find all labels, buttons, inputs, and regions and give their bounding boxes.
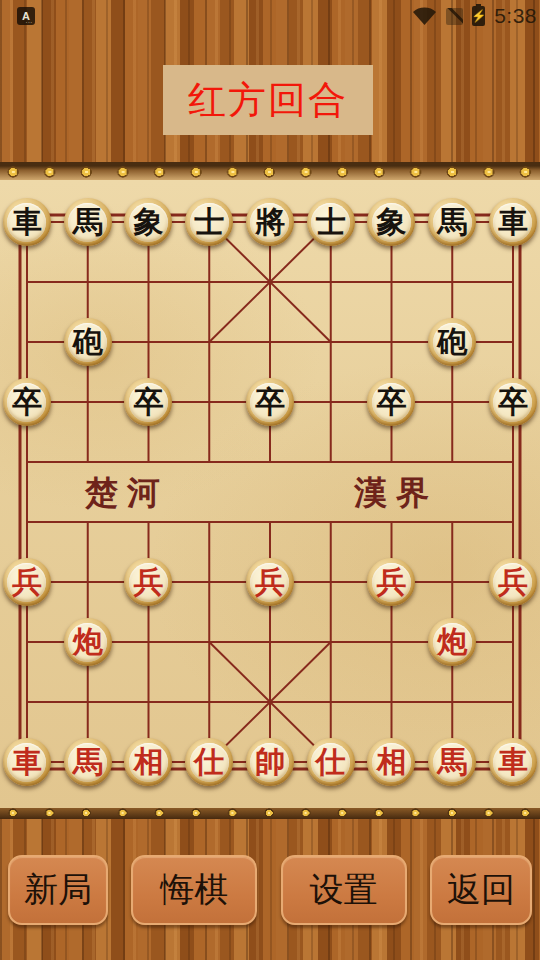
- piece-black-chariot[interactable]: 車: [489, 198, 537, 246]
- settings-button[interactable]: 设置: [281, 855, 407, 925]
- piece-red-horse[interactable]: 馬: [64, 738, 112, 786]
- piece-black-advisor[interactable]: 士: [307, 198, 355, 246]
- piece-red-cannon[interactable]: 炮: [428, 618, 476, 666]
- board-point[interactable]: [0, 672, 57, 732]
- piece-red-advisor[interactable]: 仕: [307, 738, 355, 786]
- board-point[interactable]: [240, 492, 301, 552]
- piece-glyph: 馬: [73, 747, 103, 777]
- turn-banner: 红方回合: [163, 65, 373, 135]
- board-point[interactable]: 士: [179, 192, 240, 252]
- piece-glyph: 炮: [73, 627, 103, 657]
- piece-glyph: 仕: [194, 747, 224, 777]
- board-point[interactable]: [361, 612, 422, 672]
- board-point[interactable]: [118, 432, 179, 492]
- turn-banner-text: 红方回合: [188, 75, 348, 126]
- board-point[interactable]: [300, 372, 361, 432]
- board-point[interactable]: [361, 672, 422, 732]
- piece-glyph: 象: [133, 207, 163, 237]
- board-point[interactable]: [422, 552, 483, 612]
- board-point[interactable]: 車: [0, 192, 57, 252]
- piece-glyph: 象: [376, 207, 406, 237]
- board-point[interactable]: 卒: [118, 372, 179, 432]
- piece-glyph: 兵: [12, 567, 42, 597]
- board-point[interactable]: [300, 612, 361, 672]
- board-frame-bottom: [0, 808, 540, 819]
- piece-glyph: 相: [133, 747, 163, 777]
- no-sim-icon: [446, 8, 463, 25]
- piece-black-soldier[interactable]: 卒: [3, 378, 51, 426]
- piece-glyph: 車: [12, 747, 42, 777]
- piece-black-chariot[interactable]: 車: [3, 198, 51, 246]
- piece-black-elephant[interactable]: 象: [367, 198, 415, 246]
- board-point[interactable]: [57, 252, 118, 312]
- piece-red-soldier[interactable]: 兵: [367, 558, 415, 606]
- board-point[interactable]: [179, 492, 240, 552]
- piece-glyph: 馬: [437, 207, 467, 237]
- board-point[interactable]: 仕: [300, 732, 361, 792]
- board-point[interactable]: [361, 312, 422, 372]
- board-point[interactable]: 相: [118, 732, 179, 792]
- piece-glyph: 車: [498, 747, 528, 777]
- board-point[interactable]: 砲: [422, 312, 483, 372]
- piece-black-soldier[interactable]: 卒: [124, 378, 172, 426]
- board-point[interactable]: 將: [240, 192, 301, 252]
- piece-black-cannon[interactable]: 砲: [64, 318, 112, 366]
- board-point[interactable]: [179, 372, 240, 432]
- clock: 5:38: [494, 4, 537, 28]
- board-point[interactable]: [483, 612, 540, 672]
- board-point[interactable]: 卒: [483, 372, 540, 432]
- piece-red-chariot[interactable]: 車: [3, 738, 51, 786]
- board-point[interactable]: 兵: [361, 552, 422, 612]
- piece-black-soldier[interactable]: 卒: [489, 378, 537, 426]
- board-point[interactable]: 炮: [57, 612, 118, 672]
- board-point[interactable]: [483, 492, 540, 552]
- board-point[interactable]: [179, 612, 240, 672]
- board-point[interactable]: [300, 432, 361, 492]
- board-point[interactable]: [179, 552, 240, 612]
- new-game-button[interactable]: 新局: [8, 855, 108, 925]
- piece-red-soldier[interactable]: 兵: [489, 558, 537, 606]
- board-point[interactable]: [422, 492, 483, 552]
- xiangqi-board: 楚河 漢界 車馬象士將士象馬車砲砲卒卒卒卒卒兵兵兵兵兵炮炮車馬相仕帥仕相馬車: [0, 180, 540, 808]
- board-point[interactable]: [300, 312, 361, 372]
- board-point[interactable]: [300, 492, 361, 552]
- board-point[interactable]: 馬: [422, 192, 483, 252]
- board-point[interactable]: [483, 672, 540, 732]
- piece-red-soldier[interactable]: 兵: [124, 558, 172, 606]
- board-point[interactable]: 馬: [57, 732, 118, 792]
- piece-glyph: 將: [255, 207, 285, 237]
- board-point[interactable]: [118, 252, 179, 312]
- board-point[interactable]: [483, 432, 540, 492]
- piece-glyph: 馬: [437, 747, 467, 777]
- board-point[interactable]: 卒: [0, 372, 57, 432]
- board-point[interactable]: [118, 672, 179, 732]
- piece-black-elephant[interactable]: 象: [124, 198, 172, 246]
- board-point[interactable]: [361, 252, 422, 312]
- piece-black-cannon[interactable]: 砲: [428, 318, 476, 366]
- board-point[interactable]: [57, 492, 118, 552]
- board-point[interactable]: [118, 312, 179, 372]
- board-point[interactable]: [483, 312, 540, 372]
- board-point[interactable]: 士: [300, 192, 361, 252]
- piece-glyph: 卒: [498, 387, 528, 417]
- piece-glyph: 兵: [498, 567, 528, 597]
- piece-glyph: 兵: [255, 567, 285, 597]
- piece-glyph: 砲: [73, 327, 103, 357]
- board-point[interactable]: [118, 612, 179, 672]
- piece-glyph: 車: [498, 207, 528, 237]
- board-point[interactable]: [422, 372, 483, 432]
- battery-charging-icon: ⚡: [472, 6, 485, 26]
- board-point[interactable]: 相: [361, 732, 422, 792]
- piece-glyph: 士: [316, 207, 346, 237]
- board-point[interactable]: [57, 372, 118, 432]
- piece-red-general[interactable]: 帥: [246, 738, 294, 786]
- piece-red-advisor[interactable]: 仕: [185, 738, 233, 786]
- piece-glyph: 卒: [376, 387, 406, 417]
- piece-glyph: 帥: [255, 747, 285, 777]
- board-point[interactable]: [57, 432, 118, 492]
- board-frame-top: [0, 162, 540, 180]
- board-point[interactable]: 兵: [0, 552, 57, 612]
- piece-red-horse[interactable]: 馬: [428, 738, 476, 786]
- piece-glyph: 兵: [133, 567, 163, 597]
- piece-red-elephant[interactable]: 相: [124, 738, 172, 786]
- piece-glyph: 馬: [73, 207, 103, 237]
- board-point[interactable]: [422, 252, 483, 312]
- piece-black-soldier[interactable]: 卒: [367, 378, 415, 426]
- piece-black-general[interactable]: 將: [246, 198, 294, 246]
- piece-red-elephant[interactable]: 相: [367, 738, 415, 786]
- piece-glyph: 卒: [255, 387, 285, 417]
- board-point[interactable]: 炮: [422, 612, 483, 672]
- board-point[interactable]: 砲: [57, 312, 118, 372]
- board-point[interactable]: [179, 432, 240, 492]
- board-point[interactable]: [300, 552, 361, 612]
- wifi-icon: [412, 7, 437, 26]
- board-point[interactable]: [0, 252, 57, 312]
- piece-red-soldier[interactable]: 兵: [246, 558, 294, 606]
- board-point[interactable]: 車: [0, 732, 57, 792]
- board-point[interactable]: 兵: [240, 552, 301, 612]
- board-point[interactable]: [240, 252, 301, 312]
- piece-red-soldier[interactable]: 兵: [3, 558, 51, 606]
- board-point[interactable]: 車: [483, 192, 540, 252]
- piece-glyph: 卒: [12, 387, 42, 417]
- board-point[interactable]: [240, 312, 301, 372]
- board-point[interactable]: 兵: [483, 552, 540, 612]
- toolbar: 新局 悔棋 设置 返回: [0, 855, 540, 925]
- piece-black-advisor[interactable]: 士: [185, 198, 233, 246]
- board-point[interactable]: [57, 552, 118, 612]
- board-point[interactable]: 兵: [118, 552, 179, 612]
- piece-glyph: 卒: [133, 387, 163, 417]
- board-point[interactable]: [240, 432, 301, 492]
- piece-glyph: 炮: [437, 627, 467, 657]
- back-button[interactable]: 返回: [430, 855, 532, 925]
- piece-black-horse[interactable]: 馬: [428, 198, 476, 246]
- board-point[interactable]: [300, 252, 361, 312]
- status-bar: A... ⚡ 5:38: [0, 0, 540, 32]
- board-point[interactable]: 仕: [179, 732, 240, 792]
- board-point[interactable]: 馬: [57, 192, 118, 252]
- board-point[interactable]: [179, 252, 240, 312]
- piece-glyph: 砲: [437, 327, 467, 357]
- piece-black-horse[interactable]: 馬: [64, 198, 112, 246]
- board-point[interactable]: [0, 612, 57, 672]
- board-point[interactable]: [179, 312, 240, 372]
- board-point[interactable]: [300, 672, 361, 732]
- board-point[interactable]: [240, 672, 301, 732]
- piece-red-chariot[interactable]: 車: [489, 738, 537, 786]
- piece-grid: 車馬象士將士象馬車砲砲卒卒卒卒卒兵兵兵兵兵炮炮車馬相仕帥仕相馬車: [0, 192, 540, 792]
- board-point[interactable]: 象: [118, 192, 179, 252]
- board-point[interactable]: [422, 432, 483, 492]
- board-point[interactable]: [0, 312, 57, 372]
- undo-button[interactable]: 悔棋: [131, 855, 257, 925]
- piece-glyph: 相: [376, 747, 406, 777]
- board-point[interactable]: [240, 612, 301, 672]
- board-point[interactable]: [179, 672, 240, 732]
- piece-red-cannon[interactable]: 炮: [64, 618, 112, 666]
- board-point[interactable]: [57, 672, 118, 732]
- board-point[interactable]: 象: [361, 192, 422, 252]
- board-point[interactable]: [361, 492, 422, 552]
- board-point[interactable]: 馬: [422, 732, 483, 792]
- board-point[interactable]: 車: [483, 732, 540, 792]
- board-point[interactable]: [422, 672, 483, 732]
- piece-glyph: 車: [12, 207, 42, 237]
- piece-glyph: 仕: [316, 747, 346, 777]
- board-point[interactable]: [361, 432, 422, 492]
- board-point[interactable]: [0, 492, 57, 552]
- board-point[interactable]: [118, 492, 179, 552]
- board-point[interactable]: 帥: [240, 732, 301, 792]
- board-point[interactable]: 卒: [361, 372, 422, 432]
- piece-glyph: 士: [194, 207, 224, 237]
- piece-glyph: 兵: [376, 567, 406, 597]
- app-badge-icon: A...: [17, 7, 35, 25]
- board-point[interactable]: 卒: [240, 372, 301, 432]
- piece-black-soldier[interactable]: 卒: [246, 378, 294, 426]
- board-point[interactable]: [483, 252, 540, 312]
- board-point[interactable]: [0, 432, 57, 492]
